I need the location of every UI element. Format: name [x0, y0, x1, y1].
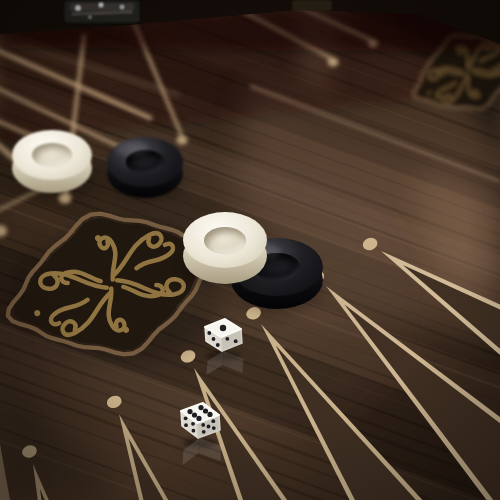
backgammon-board-photo: [0, 0, 500, 500]
checker-white[interactable]: [183, 212, 267, 284]
checker-gloss: [115, 141, 149, 156]
checker-recess: [204, 227, 246, 254]
checker-black[interactable]: [107, 137, 183, 198]
checker-recess: [32, 143, 72, 167]
pieces-layer: [0, 0, 500, 500]
checker-white[interactable]: [12, 130, 92, 193]
die[interactable]: [145, 373, 255, 493]
